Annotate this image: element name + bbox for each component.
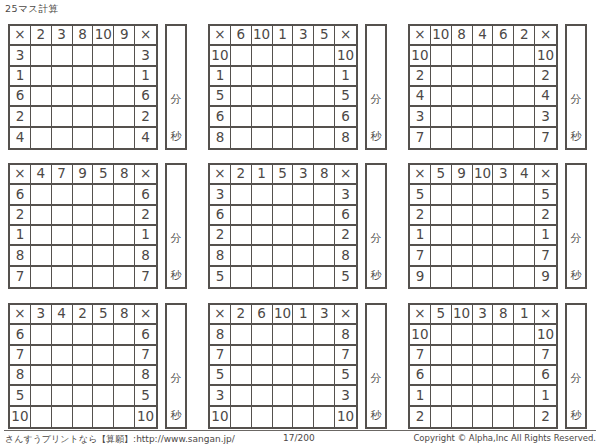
side-operand-cell: 2 <box>410 407 431 427</box>
answer-cell[interactable] <box>52 206 73 226</box>
side-operand-cell: 2 <box>535 407 556 427</box>
side-operand-cell: 10 <box>535 46 556 66</box>
answer-cell[interactable] <box>473 346 494 366</box>
answer-cell[interactable] <box>273 206 294 226</box>
answer-cell[interactable] <box>514 185 535 205</box>
answer-cell[interactable] <box>93 246 114 266</box>
answer-cell[interactable] <box>114 246 135 266</box>
answer-cell[interactable] <box>73 246 94 266</box>
answer-cell[interactable] <box>493 346 514 366</box>
operator-cell: × <box>10 26 31 46</box>
answer-cell[interactable] <box>31 407 52 427</box>
top-operand-cell: 1 <box>514 305 535 325</box>
answer-cell[interactable] <box>252 267 273 287</box>
answer-cell[interactable] <box>73 325 94 345</box>
time-record-box-6[interactable]: 分秒 <box>565 163 587 289</box>
footer-copyright: Copyright © Alpha,Inc All Rights Reserve… <box>413 433 596 443</box>
answer-cell[interactable] <box>431 366 452 386</box>
operator-cell: × <box>135 305 156 325</box>
answer-cell[interactable] <box>52 267 73 287</box>
answer-cell[interactable] <box>93 185 114 205</box>
answer-cell[interactable] <box>73 366 94 386</box>
time-record-box-3[interactable]: 分秒 <box>565 24 587 150</box>
answer-cell[interactable] <box>431 246 452 266</box>
side-operand-cell: 5 <box>210 87 231 107</box>
time-record-box-7[interactable]: 分秒 <box>165 303 187 429</box>
answer-cell[interactable] <box>93 267 114 287</box>
answer-cell[interactable] <box>473 407 494 427</box>
answer-cell[interactable] <box>93 407 114 427</box>
answer-cell[interactable] <box>231 407 252 427</box>
side-operand-cell: 3 <box>135 46 156 66</box>
answer-cell[interactable] <box>514 346 535 366</box>
answer-cell[interactable] <box>52 128 73 148</box>
answer-cell[interactable] <box>473 107 494 127</box>
side-operand-cell: 2 <box>135 206 156 226</box>
answer-cell[interactable] <box>431 128 452 148</box>
answer-cell[interactable] <box>52 67 73 87</box>
answer-cell[interactable] <box>31 246 52 266</box>
answer-cell[interactable] <box>93 206 114 226</box>
answer-cell[interactable] <box>252 185 273 205</box>
side-operand-cell: 7 <box>10 267 31 287</box>
answer-cell[interactable] <box>52 87 73 107</box>
time-record-box-9[interactable]: 分秒 <box>565 303 587 429</box>
answer-cell[interactable] <box>431 386 452 406</box>
top-operand-cell: 9 <box>73 165 94 185</box>
answer-cell[interactable] <box>293 67 314 87</box>
answer-cell[interactable] <box>514 246 535 266</box>
answer-cell[interactable] <box>252 107 273 127</box>
calc-grid-8: ×261013×887755331010 <box>208 303 358 429</box>
answer-cell[interactable] <box>452 206 473 226</box>
answer-cell[interactable] <box>431 226 452 246</box>
answer-cell[interactable] <box>73 87 94 107</box>
answer-cell[interactable] <box>252 87 273 107</box>
answer-cell[interactable] <box>231 226 252 246</box>
answer-cell[interactable] <box>514 128 535 148</box>
answer-cell[interactable] <box>52 107 73 127</box>
answer-cell[interactable] <box>452 107 473 127</box>
answer-cell[interactable] <box>493 128 514 148</box>
side-operand-cell: 2 <box>535 67 556 87</box>
side-operand-cell: 10 <box>335 407 356 427</box>
answer-cell[interactable] <box>293 407 314 427</box>
top-operand-cell: 3 <box>31 305 52 325</box>
answer-cell[interactable] <box>93 67 114 87</box>
answer-cell[interactable] <box>52 407 73 427</box>
answer-cell[interactable] <box>473 67 494 87</box>
answer-cell[interactable] <box>93 366 114 386</box>
time-record-box-1[interactable]: 分秒 <box>165 24 187 150</box>
answer-cell[interactable] <box>73 407 94 427</box>
answer-cell[interactable] <box>293 206 314 226</box>
answer-cell[interactable] <box>231 346 252 366</box>
answer-cell[interactable] <box>293 46 314 66</box>
answer-cell[interactable] <box>31 185 52 205</box>
answer-cell[interactable] <box>431 325 452 345</box>
answer-cell[interactable] <box>231 325 252 345</box>
answer-cell[interactable] <box>514 46 535 66</box>
minutes-label: 分 <box>167 371 185 386</box>
answer-cell[interactable] <box>231 366 252 386</box>
answer-cell[interactable] <box>252 226 273 246</box>
answer-cell[interactable] <box>293 386 314 406</box>
answer-cell[interactable] <box>431 87 452 107</box>
answer-cell[interactable] <box>452 46 473 66</box>
answer-cell[interactable] <box>114 206 135 226</box>
answer-cell[interactable] <box>73 386 94 406</box>
answer-cell[interactable] <box>431 46 452 66</box>
operator-cell: × <box>335 26 356 46</box>
answer-cell[interactable] <box>314 185 335 205</box>
answer-cell[interactable] <box>252 128 273 148</box>
top-operand-cell: 5 <box>93 305 114 325</box>
answer-cell[interactable] <box>431 407 452 427</box>
answer-cell[interactable] <box>31 267 52 287</box>
seconds-label: 秒 <box>567 128 585 143</box>
answer-cell[interactable] <box>114 185 135 205</box>
answer-cell[interactable] <box>31 226 52 246</box>
answer-cell[interactable] <box>252 67 273 87</box>
answer-cell[interactable] <box>473 386 494 406</box>
answer-cell[interactable] <box>452 346 473 366</box>
side-operand-cell: 7 <box>410 346 431 366</box>
answer-cell[interactable] <box>314 267 335 287</box>
top-operand-cell: 5 <box>273 165 294 185</box>
answer-cell[interactable] <box>252 246 273 266</box>
answer-cell[interactable] <box>293 107 314 127</box>
answer-cell[interactable] <box>473 226 494 246</box>
answer-cell[interactable] <box>493 246 514 266</box>
answer-cell[interactable] <box>231 246 252 266</box>
answer-cell[interactable] <box>31 386 52 406</box>
answer-cell[interactable] <box>93 226 114 246</box>
side-operand-cell: 1 <box>535 386 556 406</box>
answer-cell[interactable] <box>293 226 314 246</box>
answer-cell[interactable] <box>93 87 114 107</box>
answer-cell[interactable] <box>514 407 535 427</box>
answer-cell[interactable] <box>314 87 335 107</box>
time-record-box-5[interactable]: 分秒 <box>365 163 387 289</box>
answer-cell[interactable] <box>273 185 294 205</box>
answer-cell[interactable] <box>452 87 473 107</box>
answer-cell[interactable] <box>452 407 473 427</box>
minutes-label: 分 <box>167 92 185 107</box>
answer-cell[interactable] <box>231 67 252 87</box>
answer-cell[interactable] <box>231 267 252 287</box>
answer-cell[interactable] <box>452 386 473 406</box>
top-operand-cell: 6 <box>231 26 252 46</box>
answer-cell[interactable] <box>252 366 273 386</box>
top-operand-cell: 6 <box>493 26 514 46</box>
side-operand-cell: 6 <box>335 206 356 226</box>
answer-cell[interactable] <box>252 407 273 427</box>
answer-cell[interactable] <box>231 206 252 226</box>
footer-site-link[interactable]: さんすうプリントなら【算願】:http://www.sangan.jp/ <box>5 433 235 446</box>
answer-cell[interactable] <box>452 267 473 287</box>
answer-cell[interactable] <box>514 87 535 107</box>
answer-cell[interactable] <box>493 407 514 427</box>
answer-cell[interactable] <box>473 206 494 226</box>
answer-cell[interactable] <box>114 346 135 366</box>
answer-cell[interactable] <box>293 128 314 148</box>
answer-cell[interactable] <box>473 128 494 148</box>
answer-cell[interactable] <box>293 87 314 107</box>
answer-cell[interactable] <box>52 46 73 66</box>
answer-cell[interactable] <box>514 107 535 127</box>
answer-cell[interactable] <box>273 67 294 87</box>
answer-cell[interactable] <box>493 267 514 287</box>
answer-cell[interactable] <box>514 366 535 386</box>
answer-cell[interactable] <box>31 107 52 127</box>
answer-cell[interactable] <box>73 267 94 287</box>
answer-cell[interactable] <box>493 386 514 406</box>
answer-cell[interactable] <box>52 185 73 205</box>
answer-cell[interactable] <box>52 246 73 266</box>
answer-cell[interactable] <box>493 325 514 345</box>
side-operand-cell: 10 <box>210 46 231 66</box>
answer-cell[interactable] <box>514 325 535 345</box>
top-operand-cell: 5 <box>431 305 452 325</box>
answer-cell[interactable] <box>314 128 335 148</box>
answer-cell[interactable] <box>452 325 473 345</box>
side-operand-cell: 3 <box>410 107 431 127</box>
top-operand-cell: 9 <box>452 165 473 185</box>
answer-cell[interactable] <box>514 206 535 226</box>
answer-cell[interactable] <box>52 325 73 345</box>
answer-cell[interactable] <box>314 386 335 406</box>
answer-cell[interactable] <box>293 267 314 287</box>
answer-cell[interactable] <box>93 386 114 406</box>
answer-cell[interactable] <box>514 67 535 87</box>
time-record-box-8[interactable]: 分秒 <box>365 303 387 429</box>
answer-cell[interactable] <box>31 46 52 66</box>
answer-cell[interactable] <box>314 46 335 66</box>
answer-cell[interactable] <box>493 366 514 386</box>
side-operand-cell: 8 <box>335 128 356 148</box>
answer-cell[interactable] <box>273 46 294 66</box>
side-operand-cell: 10 <box>335 46 356 66</box>
answer-cell[interactable] <box>273 346 294 366</box>
answer-cell[interactable] <box>31 128 52 148</box>
answer-cell[interactable] <box>231 107 252 127</box>
side-operand-cell: 1 <box>135 67 156 87</box>
answer-cell[interactable] <box>31 87 52 107</box>
answer-cell[interactable] <box>114 386 135 406</box>
answer-cell[interactable] <box>314 246 335 266</box>
side-operand-cell: 1 <box>10 67 31 87</box>
answer-cell[interactable] <box>273 325 294 345</box>
side-operand-cell: 7 <box>335 346 356 366</box>
answer-cell[interactable] <box>273 226 294 246</box>
answer-cell[interactable] <box>293 185 314 205</box>
answer-cell[interactable] <box>252 386 273 406</box>
side-operand-cell: 8 <box>135 366 156 386</box>
seconds-label: 秒 <box>367 128 385 143</box>
answer-cell[interactable] <box>73 206 94 226</box>
side-operand-cell: 4 <box>10 128 31 148</box>
answer-cell[interactable] <box>114 226 135 246</box>
answer-cell[interactable] <box>314 366 335 386</box>
answer-cell[interactable] <box>273 107 294 127</box>
answer-cell[interactable] <box>431 67 452 87</box>
answer-cell[interactable] <box>73 185 94 205</box>
answer-cell[interactable] <box>231 87 252 107</box>
answer-cell[interactable] <box>452 128 473 148</box>
answer-cell[interactable] <box>493 107 514 127</box>
answer-cell[interactable] <box>31 366 52 386</box>
top-operand-cell: 10 <box>273 305 294 325</box>
answer-cell[interactable] <box>493 226 514 246</box>
side-operand-cell: 8 <box>210 128 231 148</box>
answer-cell[interactable] <box>473 267 494 287</box>
top-operand-cell: 6 <box>252 305 273 325</box>
answer-cell[interactable] <box>31 67 52 87</box>
answer-cell[interactable] <box>452 246 473 266</box>
answer-cell[interactable] <box>514 226 535 246</box>
top-operand-cell: 8 <box>114 165 135 185</box>
answer-cell[interactable] <box>314 325 335 345</box>
top-operand-cell: 10 <box>452 305 473 325</box>
answer-cell[interactable] <box>73 128 94 148</box>
answer-cell[interactable] <box>314 346 335 366</box>
operator-cell: × <box>210 26 231 46</box>
operator-cell: × <box>135 165 156 185</box>
top-operand-cell: 5 <box>93 165 114 185</box>
answer-cell[interactable] <box>52 366 73 386</box>
answer-cell[interactable] <box>273 128 294 148</box>
top-operand-cell: 2 <box>231 305 252 325</box>
answer-cell[interactable] <box>452 226 473 246</box>
side-operand-cell: 5 <box>10 386 31 406</box>
answer-cell[interactable] <box>114 107 135 127</box>
answer-cell[interactable] <box>473 246 494 266</box>
answer-cell[interactable] <box>431 206 452 226</box>
answer-cell[interactable] <box>73 346 94 366</box>
seconds-label: 秒 <box>167 267 185 282</box>
minutes-label: 分 <box>567 371 585 386</box>
answer-cell[interactable] <box>431 267 452 287</box>
side-operand-cell: 9 <box>535 267 556 287</box>
answer-cell[interactable] <box>93 128 114 148</box>
answer-cell[interactable] <box>514 386 535 406</box>
answer-cell[interactable] <box>31 346 52 366</box>
answer-cell[interactable] <box>114 46 135 66</box>
answer-cell[interactable] <box>273 246 294 266</box>
answer-cell[interactable] <box>93 346 114 366</box>
answer-cell[interactable] <box>431 107 452 127</box>
answer-cell[interactable] <box>273 87 294 107</box>
answer-cell[interactable] <box>493 67 514 87</box>
answer-cell[interactable] <box>493 87 514 107</box>
answer-cell[interactable] <box>73 46 94 66</box>
answer-cell[interactable] <box>52 346 73 366</box>
answer-cell[interactable] <box>52 386 73 406</box>
answer-cell[interactable] <box>452 185 473 205</box>
answer-cell[interactable] <box>293 366 314 386</box>
side-operand-cell: 2 <box>410 206 431 226</box>
time-record-box-4[interactable]: 分秒 <box>165 163 187 289</box>
answer-cell[interactable] <box>314 107 335 127</box>
answer-cell[interactable] <box>514 267 535 287</box>
answer-cell[interactable] <box>493 46 514 66</box>
answer-cell[interactable] <box>252 325 273 345</box>
answer-cell[interactable] <box>473 185 494 205</box>
answer-cell[interactable] <box>473 325 494 345</box>
calc-grid-7: ×34258×667788551010 <box>8 303 158 429</box>
side-operand-cell: 6 <box>10 87 31 107</box>
answer-cell[interactable] <box>31 206 52 226</box>
answer-cell[interactable] <box>93 325 114 345</box>
answer-cell[interactable] <box>114 267 135 287</box>
answer-cell[interactable] <box>93 46 114 66</box>
answer-cell[interactable] <box>431 346 452 366</box>
answer-cell[interactable] <box>73 107 94 127</box>
answer-cell[interactable] <box>314 206 335 226</box>
answer-cell[interactable] <box>93 107 114 127</box>
side-operand-cell: 3 <box>335 386 356 406</box>
answer-cell[interactable] <box>231 128 252 148</box>
answer-cell[interactable] <box>273 407 294 427</box>
answer-cell[interactable] <box>114 325 135 345</box>
answer-cell[interactable] <box>473 46 494 66</box>
side-operand-cell: 7 <box>535 246 556 266</box>
answer-cell[interactable] <box>452 366 473 386</box>
answer-cell[interactable] <box>452 67 473 87</box>
answer-cell[interactable] <box>73 226 94 246</box>
side-operand-cell: 3 <box>10 46 31 66</box>
top-operand-cell: 4 <box>31 165 52 185</box>
answer-cell[interactable] <box>252 206 273 226</box>
answer-cell[interactable] <box>273 267 294 287</box>
answer-cell[interactable] <box>231 185 252 205</box>
answer-cell[interactable] <box>314 226 335 246</box>
answer-cell[interactable] <box>273 366 294 386</box>
answer-cell[interactable] <box>114 128 135 148</box>
answer-cell[interactable] <box>293 246 314 266</box>
top-operand-cell: 5 <box>314 26 335 46</box>
answer-cell[interactable] <box>493 206 514 226</box>
answer-cell[interactable] <box>493 185 514 205</box>
side-operand-cell: 8 <box>335 325 356 345</box>
answer-cell[interactable] <box>114 366 135 386</box>
answer-cell[interactable] <box>114 87 135 107</box>
time-record-box-2[interactable]: 分秒 <box>365 24 387 150</box>
side-operand-cell: 10 <box>210 407 231 427</box>
answer-cell[interactable] <box>73 67 94 87</box>
answer-cell[interactable] <box>314 67 335 87</box>
answer-cell[interactable] <box>273 386 294 406</box>
answer-cell[interactable] <box>114 407 135 427</box>
calc-grid-3: ×108462×101022443377 <box>408 24 558 150</box>
answer-cell[interactable] <box>31 325 52 345</box>
answer-cell[interactable] <box>252 346 273 366</box>
answer-cell[interactable] <box>473 87 494 107</box>
answer-cell[interactable] <box>231 46 252 66</box>
answer-cell[interactable] <box>431 185 452 205</box>
answer-cell[interactable] <box>252 46 273 66</box>
answer-cell[interactable] <box>314 407 335 427</box>
answer-cell[interactable] <box>52 226 73 246</box>
answer-cell[interactable] <box>231 386 252 406</box>
top-operand-cell: 3 <box>293 165 314 185</box>
answer-cell[interactable] <box>114 67 135 87</box>
answer-cell[interactable] <box>293 346 314 366</box>
answer-cell[interactable] <box>473 366 494 386</box>
operator-cell: × <box>535 305 556 325</box>
answer-cell[interactable] <box>293 325 314 345</box>
